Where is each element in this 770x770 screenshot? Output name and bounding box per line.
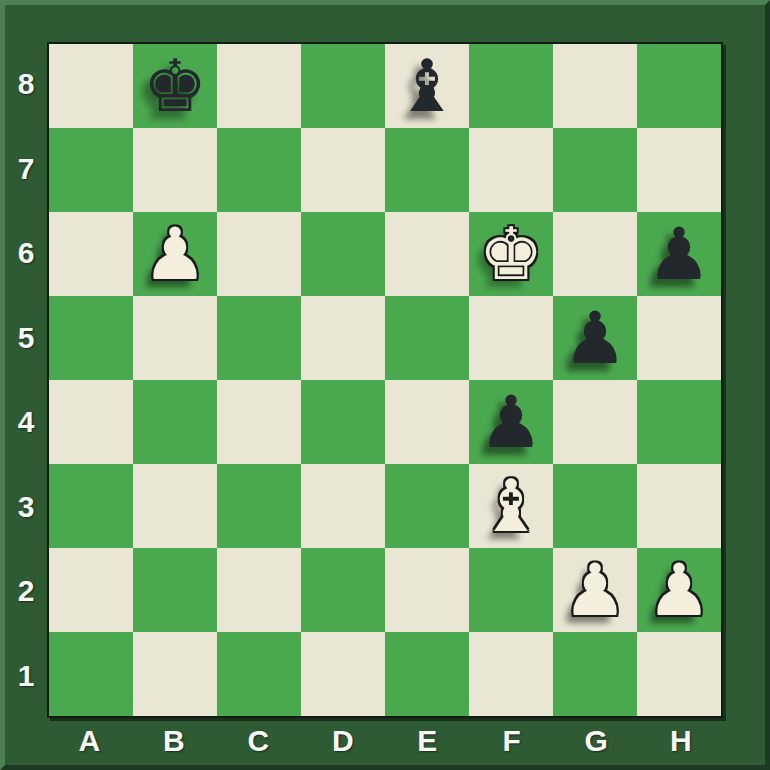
black-pawn[interactable]: ♟ [563,302,628,374]
square-a2[interactable] [49,548,133,632]
file-labels: ABCDEFGH [47,719,723,763]
rank-label-8: 8 [5,42,47,127]
square-g8[interactable] [553,44,637,128]
square-e2[interactable] [385,548,469,632]
file-label-d: D [301,719,386,763]
square-e6[interactable] [385,212,469,296]
rank-label-5: 5 [5,296,47,381]
black-pawn[interactable]: ♟ [647,218,712,290]
square-h1[interactable] [637,632,721,716]
square-f1[interactable] [469,632,553,716]
square-c8[interactable] [217,44,301,128]
square-h7[interactable] [637,128,721,212]
square-b2[interactable] [133,548,217,632]
white-king[interactable]: ♚ [479,218,544,290]
square-f8[interactable] [469,44,553,128]
square-b3[interactable] [133,464,217,548]
square-f4[interactable]: ♟ [469,380,553,464]
rank-label-6: 6 [5,211,47,296]
file-label-e: E [385,719,470,763]
square-f7[interactable] [469,128,553,212]
square-e3[interactable] [385,464,469,548]
square-d1[interactable] [301,632,385,716]
square-a4[interactable] [49,380,133,464]
file-label-c: C [216,719,301,763]
square-g4[interactable] [553,380,637,464]
rank-labels: 87654321 [5,42,47,718]
square-a7[interactable] [49,128,133,212]
square-f5[interactable] [469,296,553,380]
square-c3[interactable] [217,464,301,548]
square-a8[interactable] [49,44,133,128]
file-label-b: B [132,719,217,763]
square-b1[interactable] [133,632,217,716]
black-king[interactable]: ♚ [143,50,208,122]
file-label-f: F [470,719,555,763]
white-pawn[interactable]: ♟ [647,554,712,626]
square-d2[interactable] [301,548,385,632]
square-g2[interactable]: ♟ [553,548,637,632]
square-d8[interactable] [301,44,385,128]
square-g7[interactable] [553,128,637,212]
square-g3[interactable] [553,464,637,548]
square-a5[interactable] [49,296,133,380]
square-a1[interactable] [49,632,133,716]
square-b5[interactable] [133,296,217,380]
board-frame: 87654321 ♚♝♟♚♟♟♟♝♟♟ ABCDEFGH [0,0,770,770]
rank-label-3: 3 [5,465,47,550]
square-b7[interactable] [133,128,217,212]
square-h8[interactable] [637,44,721,128]
square-c6[interactable] [217,212,301,296]
square-f2[interactable] [469,548,553,632]
white-bishop[interactable]: ♝ [479,470,544,542]
square-b8[interactable]: ♚ [133,44,217,128]
square-b6[interactable]: ♟ [133,212,217,296]
rank-label-1: 1 [5,634,47,719]
white-pawn[interactable]: ♟ [143,218,208,290]
black-pawn[interactable]: ♟ [479,386,544,458]
square-c1[interactable] [217,632,301,716]
square-h2[interactable]: ♟ [637,548,721,632]
square-h5[interactable] [637,296,721,380]
file-label-a: A [47,719,132,763]
file-label-h: H [639,719,724,763]
square-c2[interactable] [217,548,301,632]
rank-label-2: 2 [5,549,47,634]
square-e7[interactable] [385,128,469,212]
black-bishop[interactable]: ♝ [395,50,460,122]
square-g1[interactable] [553,632,637,716]
square-g5[interactable]: ♟ [553,296,637,380]
square-f3[interactable]: ♝ [469,464,553,548]
square-h4[interactable] [637,380,721,464]
square-c7[interactable] [217,128,301,212]
square-h6[interactable]: ♟ [637,212,721,296]
rank-label-4: 4 [5,380,47,465]
square-d6[interactable] [301,212,385,296]
square-h3[interactable] [637,464,721,548]
square-d5[interactable] [301,296,385,380]
file-label-g: G [554,719,639,763]
white-pawn[interactable]: ♟ [563,554,628,626]
square-e4[interactable] [385,380,469,464]
square-e1[interactable] [385,632,469,716]
square-c5[interactable] [217,296,301,380]
chess-board: ♚♝♟♚♟♟♟♝♟♟ [47,42,723,718]
square-d3[interactable] [301,464,385,548]
square-d4[interactable] [301,380,385,464]
square-e5[interactable] [385,296,469,380]
rank-label-7: 7 [5,127,47,212]
square-f6[interactable]: ♚ [469,212,553,296]
square-d7[interactable] [301,128,385,212]
square-a3[interactable] [49,464,133,548]
square-c4[interactable] [217,380,301,464]
square-g6[interactable] [553,212,637,296]
square-a6[interactable] [49,212,133,296]
square-b4[interactable] [133,380,217,464]
square-e8[interactable]: ♝ [385,44,469,128]
